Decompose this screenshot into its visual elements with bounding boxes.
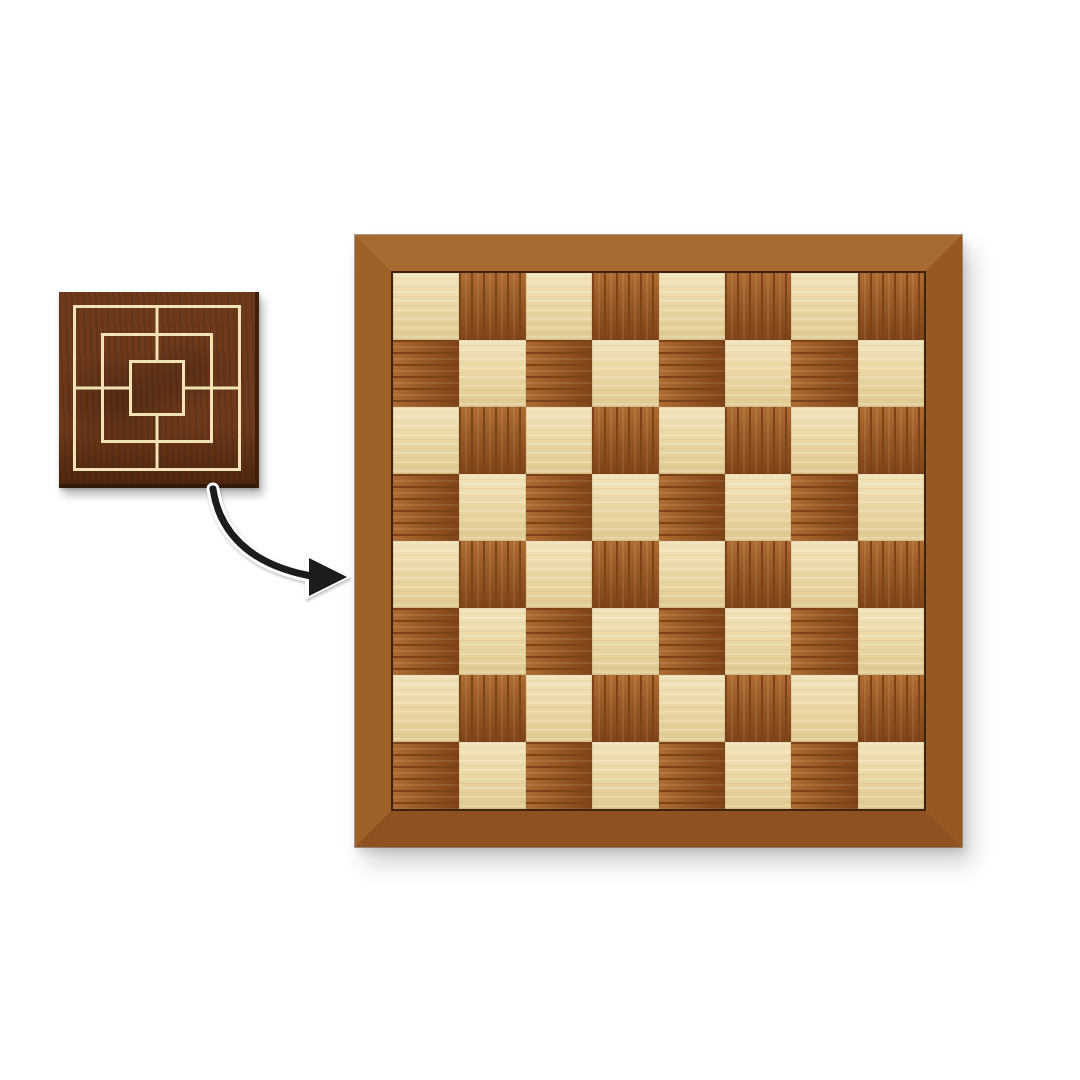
square-h8[interactable] [858, 273, 924, 340]
square-e8[interactable] [659, 273, 725, 340]
square-d6[interactable] [592, 407, 658, 474]
square-g1[interactable] [791, 742, 857, 809]
square-g8[interactable] [791, 273, 857, 340]
square-c1[interactable] [526, 742, 592, 809]
square-f8[interactable] [725, 273, 791, 340]
square-g3[interactable] [791, 608, 857, 675]
chessboard-grid [391, 271, 926, 811]
square-a4[interactable] [393, 541, 459, 608]
square-f2[interactable] [725, 675, 791, 742]
square-a8[interactable] [393, 273, 459, 340]
square-c8[interactable] [526, 273, 592, 340]
square-b3[interactable] [459, 608, 525, 675]
square-d5[interactable] [592, 474, 658, 541]
square-c3[interactable] [526, 608, 592, 675]
square-g4[interactable] [791, 541, 857, 608]
square-d7[interactable] [592, 340, 658, 407]
flip-arrow-icon [195, 482, 360, 607]
square-c4[interactable] [526, 541, 592, 608]
square-d3[interactable] [592, 608, 658, 675]
square-c6[interactable] [526, 407, 592, 474]
square-e5[interactable] [659, 474, 725, 541]
morris-connector-bottom [156, 416, 159, 471]
square-e4[interactable] [659, 541, 725, 608]
square-f5[interactable] [725, 474, 791, 541]
square-h4[interactable] [858, 541, 924, 608]
square-e6[interactable] [659, 407, 725, 474]
square-h3[interactable] [858, 608, 924, 675]
square-c2[interactable] [526, 675, 592, 742]
square-a2[interactable] [393, 675, 459, 742]
morris-inner-square [129, 360, 186, 416]
square-h1[interactable] [858, 742, 924, 809]
product-photo-canvas [0, 0, 1080, 1080]
square-g7[interactable] [791, 340, 857, 407]
nine-mens-morris-board [59, 292, 259, 488]
square-b6[interactable] [459, 407, 525, 474]
square-b5[interactable] [459, 474, 525, 541]
chessboard-frame [355, 235, 962, 847]
square-b1[interactable] [459, 742, 525, 809]
square-d1[interactable] [592, 742, 658, 809]
square-d8[interactable] [592, 273, 658, 340]
morris-connector-left [73, 387, 129, 390]
square-a3[interactable] [393, 608, 459, 675]
square-e2[interactable] [659, 675, 725, 742]
square-a7[interactable] [393, 340, 459, 407]
square-h6[interactable] [858, 407, 924, 474]
square-b8[interactable] [459, 273, 525, 340]
square-d4[interactable] [592, 541, 658, 608]
morris-connector-top [156, 305, 159, 360]
square-e3[interactable] [659, 608, 725, 675]
square-b4[interactable] [459, 541, 525, 608]
square-g5[interactable] [791, 474, 857, 541]
square-a5[interactable] [393, 474, 459, 541]
square-h5[interactable] [858, 474, 924, 541]
square-a1[interactable] [393, 742, 459, 809]
square-c5[interactable] [526, 474, 592, 541]
square-f6[interactable] [725, 407, 791, 474]
square-e1[interactable] [659, 742, 725, 809]
square-h2[interactable] [858, 675, 924, 742]
square-h7[interactable] [858, 340, 924, 407]
square-b7[interactable] [459, 340, 525, 407]
square-e7[interactable] [659, 340, 725, 407]
square-a6[interactable] [393, 407, 459, 474]
square-c7[interactable] [526, 340, 592, 407]
square-f1[interactable] [725, 742, 791, 809]
square-b2[interactable] [459, 675, 525, 742]
square-g2[interactable] [791, 675, 857, 742]
square-f4[interactable] [725, 541, 791, 608]
square-g6[interactable] [791, 407, 857, 474]
square-d2[interactable] [592, 675, 658, 742]
square-f7[interactable] [725, 340, 791, 407]
square-f3[interactable] [725, 608, 791, 675]
morris-connector-right [185, 387, 241, 390]
